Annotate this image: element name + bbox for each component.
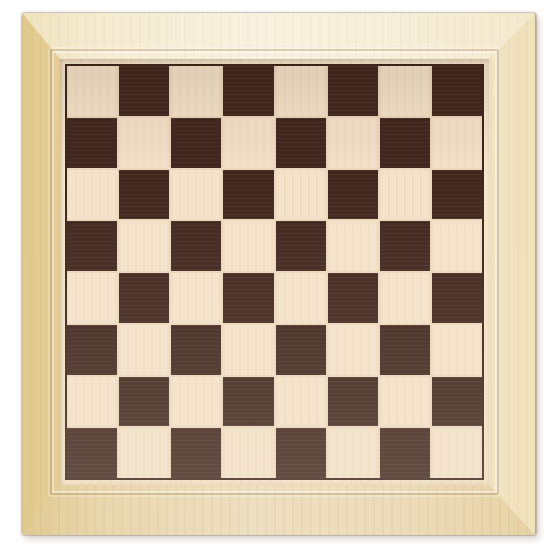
square-f3[interactable] xyxy=(328,325,378,375)
square-a6[interactable] xyxy=(67,170,117,220)
square-g4[interactable] xyxy=(380,273,430,323)
square-f5[interactable] xyxy=(328,221,378,271)
square-h7[interactable] xyxy=(432,118,482,168)
board-photo xyxy=(0,0,550,550)
square-e7[interactable] xyxy=(276,118,326,168)
square-c6[interactable] xyxy=(171,170,221,220)
square-f8[interactable] xyxy=(328,66,378,116)
square-h5[interactable] xyxy=(432,221,482,271)
square-g7[interactable] xyxy=(380,118,430,168)
square-a4[interactable] xyxy=(67,273,117,323)
square-c1[interactable] xyxy=(171,428,221,478)
square-e6[interactable] xyxy=(276,170,326,220)
wooden-board xyxy=(22,13,536,535)
square-f7[interactable] xyxy=(328,118,378,168)
square-g1[interactable] xyxy=(380,428,430,478)
square-c3[interactable] xyxy=(171,325,221,375)
square-d2[interactable] xyxy=(223,377,273,427)
square-f6[interactable] xyxy=(328,170,378,220)
square-d4[interactable] xyxy=(223,273,273,323)
square-b2[interactable] xyxy=(119,377,169,427)
square-b5[interactable] xyxy=(119,221,169,271)
square-a1[interactable] xyxy=(67,428,117,478)
square-f4[interactable] xyxy=(328,273,378,323)
square-g2[interactable] xyxy=(380,377,430,427)
square-a8[interactable] xyxy=(67,66,117,116)
square-h3[interactable] xyxy=(432,325,482,375)
grid-outline xyxy=(65,64,484,480)
square-f2[interactable] xyxy=(328,377,378,427)
square-g6[interactable] xyxy=(380,170,430,220)
square-b8[interactable] xyxy=(119,66,169,116)
square-c7[interactable] xyxy=(171,118,221,168)
square-d5[interactable] xyxy=(223,221,273,271)
square-b4[interactable] xyxy=(119,273,169,323)
square-b7[interactable] xyxy=(119,118,169,168)
square-b6[interactable] xyxy=(119,170,169,220)
square-c5[interactable] xyxy=(171,221,221,271)
square-c4[interactable] xyxy=(171,273,221,323)
square-c2[interactable] xyxy=(171,377,221,427)
square-e4[interactable] xyxy=(276,273,326,323)
board-grid xyxy=(67,66,482,478)
square-h8[interactable] xyxy=(432,66,482,116)
square-d3[interactable] xyxy=(223,325,273,375)
square-g5[interactable] xyxy=(380,221,430,271)
square-b1[interactable] xyxy=(119,428,169,478)
square-d8[interactable] xyxy=(223,66,273,116)
square-a3[interactable] xyxy=(67,325,117,375)
square-g3[interactable] xyxy=(380,325,430,375)
square-c8[interactable] xyxy=(171,66,221,116)
square-a2[interactable] xyxy=(67,377,117,427)
square-h4[interactable] xyxy=(432,273,482,323)
square-e2[interactable] xyxy=(276,377,326,427)
square-h1[interactable] xyxy=(432,428,482,478)
square-g8[interactable] xyxy=(380,66,430,116)
square-e8[interactable] xyxy=(276,66,326,116)
square-a7[interactable] xyxy=(67,118,117,168)
square-d6[interactable] xyxy=(223,170,273,220)
square-e5[interactable] xyxy=(276,221,326,271)
square-e1[interactable] xyxy=(276,428,326,478)
square-h6[interactable] xyxy=(432,170,482,220)
square-d7[interactable] xyxy=(223,118,273,168)
square-f1[interactable] xyxy=(328,428,378,478)
square-a5[interactable] xyxy=(67,221,117,271)
playing-surface xyxy=(60,59,489,485)
square-d1[interactable] xyxy=(223,428,273,478)
square-b3[interactable] xyxy=(119,325,169,375)
square-e3[interactable] xyxy=(276,325,326,375)
square-h2[interactable] xyxy=(432,377,482,427)
